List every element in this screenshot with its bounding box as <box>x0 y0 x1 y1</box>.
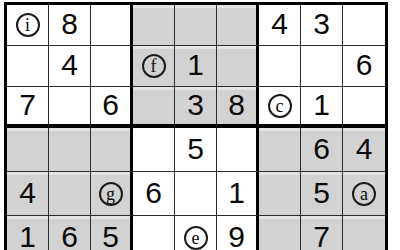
cell-r3c2[interactable] <box>49 87 91 128</box>
circled-letter-e: e <box>184 226 208 250</box>
cell-r1c5[interactable] <box>175 5 217 46</box>
cell-r1c7[interactable]: 4 <box>259 5 301 46</box>
cell-r6c9[interactable] <box>343 216 385 250</box>
cell-r1c3[interactable] <box>91 5 133 46</box>
cell-r6c7[interactable] <box>259 216 301 250</box>
cell-r5c3[interactable]: g <box>91 172 133 216</box>
given-digit: 1 <box>313 90 330 120</box>
cell-r1c8[interactable]: 3 <box>301 5 343 46</box>
cell-r2c4[interactable]: f <box>133 46 175 87</box>
circled-letter-a: a <box>352 182 376 206</box>
cell-r5c6[interactable]: 1 <box>217 172 259 216</box>
cell-r3c6[interactable]: 8 <box>217 87 259 128</box>
given-digit: 8 <box>61 9 78 39</box>
cell-r2c6[interactable] <box>217 46 259 87</box>
given-digit: 4 <box>19 178 36 208</box>
given-digit: 7 <box>19 90 36 120</box>
cell-r4c6[interactable] <box>217 128 259 172</box>
cell-r4c1[interactable] <box>7 128 49 172</box>
cell-r2c3[interactable] <box>91 46 133 87</box>
cell-r4c2[interactable] <box>49 128 91 172</box>
cell-r2c9[interactable]: 6 <box>343 46 385 87</box>
sudoku-screenshot: i8434f167638c15644g615a165e97 <box>0 0 400 250</box>
given-digit: 6 <box>356 50 373 80</box>
given-digit: 4 <box>271 9 288 39</box>
cell-r6c2[interactable]: 6 <box>49 216 91 250</box>
cell-r4c3[interactable] <box>91 128 133 172</box>
cell-r5c2[interactable] <box>49 172 91 216</box>
given-digit: 8 <box>228 90 245 120</box>
cell-r3c4[interactable] <box>133 87 175 128</box>
cell-r1c4[interactable] <box>133 5 175 46</box>
cell-r4c7[interactable] <box>259 128 301 172</box>
cell-r3c1[interactable]: 7 <box>7 87 49 128</box>
circled-letter-f: f <box>142 54 166 78</box>
cell-r3c9[interactable] <box>343 87 385 128</box>
cell-r4c9[interactable]: 4 <box>343 128 385 172</box>
given-digit: 1 <box>187 50 204 80</box>
given-digit: 1 <box>19 222 36 250</box>
given-digit: 1 <box>228 178 245 208</box>
sudoku-board: i8434f167638c15644g615a165e97 <box>4 2 388 250</box>
cell-r2c2[interactable]: 4 <box>49 46 91 87</box>
circled-letter-c: c <box>268 94 292 118</box>
given-digit: 5 <box>313 178 330 208</box>
given-digit: 4 <box>356 134 373 164</box>
cell-r5c9[interactable]: a <box>343 172 385 216</box>
given-digit: 6 <box>61 222 78 250</box>
cell-r6c4[interactable] <box>133 216 175 250</box>
cell-r2c1[interactable] <box>7 46 49 87</box>
cell-r6c8[interactable]: 7 <box>301 216 343 250</box>
cell-r2c7[interactable] <box>259 46 301 87</box>
cell-r1c6[interactable] <box>217 5 259 46</box>
cell-r6c6[interactable]: 9 <box>217 216 259 250</box>
cell-r5c5[interactable] <box>175 172 217 216</box>
given-digit: 9 <box>228 222 245 250</box>
cell-r6c1[interactable]: 1 <box>7 216 49 250</box>
cell-r5c7[interactable] <box>259 172 301 216</box>
circled-letter-g: g <box>99 182 123 206</box>
cell-r2c8[interactable] <box>301 46 343 87</box>
cell-r3c5[interactable]: 3 <box>175 87 217 128</box>
cell-r3c3[interactable]: 6 <box>91 87 133 128</box>
cell-r3c8[interactable]: 1 <box>301 87 343 128</box>
given-digit: 5 <box>102 222 119 250</box>
cell-r3c7[interactable]: c <box>259 87 301 128</box>
cell-r1c2[interactable]: 8 <box>49 5 91 46</box>
cell-r1c9[interactable] <box>343 5 385 46</box>
cell-r1c1[interactable]: i <box>7 5 49 46</box>
given-digit: 6 <box>102 90 119 120</box>
given-digit: 3 <box>187 90 204 120</box>
given-digit: 4 <box>61 50 78 80</box>
cell-r4c8[interactable]: 6 <box>301 128 343 172</box>
cell-r5c8[interactable]: 5 <box>301 172 343 216</box>
given-digit: 5 <box>187 134 204 164</box>
circled-letter-i: i <box>16 13 40 37</box>
cell-r2c5[interactable]: 1 <box>175 46 217 87</box>
given-digit: 6 <box>145 178 162 208</box>
cell-r4c4[interactable] <box>133 128 175 172</box>
given-digit: 7 <box>313 222 330 250</box>
given-digit: 6 <box>313 134 330 164</box>
cell-r5c4[interactable]: 6 <box>133 172 175 216</box>
cell-r5c1[interactable]: 4 <box>7 172 49 216</box>
given-digit: 3 <box>313 9 330 39</box>
cell-r6c5[interactable]: e <box>175 216 217 250</box>
cell-r6c3[interactable]: 5 <box>91 216 133 250</box>
cell-r4c5[interactable]: 5 <box>175 128 217 172</box>
